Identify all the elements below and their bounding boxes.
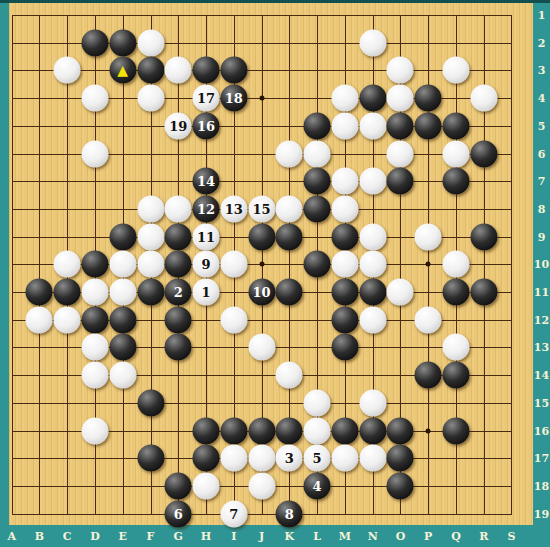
stone-black[interactable] [470,279,497,306]
stone-black[interactable] [81,306,108,333]
stone-black[interactable] [276,223,303,250]
grid-line-horizontal [12,514,513,515]
row-label: 16 [534,424,549,437]
stone-black[interactable] [165,472,192,499]
stone-white[interactable] [26,306,53,333]
stone-white[interactable] [387,85,414,112]
stone-black[interactable] [193,445,220,472]
stone-black[interactable] [304,112,331,139]
stone-white[interactable]: 1 [193,279,220,306]
row-label: 3 [538,64,546,77]
move-number: 9 [202,258,211,271]
stone-white[interactable] [387,57,414,84]
row-label: 12 [534,313,549,326]
stone-white[interactable] [359,445,386,472]
column-label: Q [451,530,461,543]
stone-black[interactable] [220,57,247,84]
stone-white[interactable] [276,140,303,167]
stone-black[interactable] [248,417,275,444]
stone-black[interactable]: 12 [193,195,220,222]
stone-black[interactable] [415,112,442,139]
stone-white[interactable] [359,112,386,139]
stone-white[interactable] [81,334,108,361]
stone-white[interactable]: 5 [304,445,331,472]
stone-white[interactable] [442,251,469,278]
row-label: 5 [538,119,546,132]
stone-black[interactable] [137,389,164,416]
move-number: 5 [313,452,322,465]
column-label: O [396,530,406,543]
row-label: 17 [534,452,549,465]
stone-white[interactable] [248,472,275,499]
stone-white[interactable] [359,29,386,56]
stone-white[interactable] [137,85,164,112]
stone-white[interactable] [331,168,358,195]
stone-black[interactable] [470,223,497,250]
column-label: L [313,530,321,543]
stone-white[interactable] [304,140,331,167]
column-label: S [508,530,516,543]
stone-white[interactable] [54,251,81,278]
stone-white[interactable] [415,306,442,333]
move-number: 15 [253,202,271,215]
column-label: H [201,530,211,543]
stone-white[interactable] [220,306,247,333]
stone-white[interactable] [331,195,358,222]
stone-black[interactable] [415,85,442,112]
stone-black[interactable] [331,334,358,361]
stone-black[interactable] [387,112,414,139]
stone-black[interactable] [442,168,469,195]
row-label: 9 [538,230,546,243]
stone-white[interactable] [331,445,358,472]
stone-white[interactable] [137,195,164,222]
stone-black[interactable] [248,223,275,250]
stone-black[interactable] [137,57,164,84]
stone-white[interactable]: 9 [193,251,220,278]
stone-white[interactable]: 19 [165,112,192,139]
stone-white[interactable] [387,140,414,167]
stone-white[interactable] [54,306,81,333]
stone-white[interactable] [387,279,414,306]
move-number: 6 [174,507,183,520]
stone-white[interactable] [442,57,469,84]
stone-white[interactable] [442,140,469,167]
move-number: 14 [197,175,215,188]
column-label: B [35,530,44,543]
stone-black[interactable] [387,445,414,472]
row-label: 7 [538,175,546,188]
stone-black[interactable] [442,112,469,139]
stone-black[interactable] [331,306,358,333]
stone-white[interactable] [359,168,386,195]
move-number: 1 [202,286,211,299]
star-point [259,262,264,267]
star-point [426,262,431,267]
move-number: 8 [285,507,294,520]
stone-black[interactable] [304,195,331,222]
move-number: 18 [225,92,243,105]
move-number: 11 [197,230,215,243]
stone-white[interactable] [137,251,164,278]
stone-black[interactable] [276,279,303,306]
stone-white[interactable] [81,85,108,112]
stone-black[interactable]: 4 [304,472,331,499]
stone-white[interactable] [54,57,81,84]
stone-black[interactable] [165,223,192,250]
row-label: 2 [538,36,546,49]
stone-black[interactable] [442,279,469,306]
stone-black[interactable] [387,168,414,195]
stone-white[interactable] [81,140,108,167]
stone-white[interactable] [276,195,303,222]
column-label: C [63,530,72,543]
stone-white[interactable] [81,279,108,306]
stone-white[interactable]: 7 [220,500,247,527]
move-number: 10 [253,286,271,299]
row-label: 8 [538,202,546,215]
stone-black[interactable] [415,362,442,389]
grid-line-vertical [511,15,512,515]
row-label: 1 [538,9,546,22]
row-label: 18 [534,479,549,492]
column-label: G [174,530,183,543]
stone-white[interactable] [415,223,442,250]
stone-white[interactable] [442,334,469,361]
stone-white[interactable] [220,251,247,278]
move-number: 3 [285,452,294,465]
move-number: 17 [197,92,215,105]
stone-black[interactable] [109,334,136,361]
stone-black[interactable] [81,29,108,56]
column-label: F [147,530,155,543]
stone-black[interactable] [442,362,469,389]
stone-black[interactable] [331,279,358,306]
stone-black[interactable] [304,168,331,195]
go-board: ▲17181916141213151192110354678 ABCDEFGHI… [0,0,550,547]
stone-black[interactable] [220,417,247,444]
stone-black[interactable] [54,279,81,306]
stone-black[interactable] [276,417,303,444]
stone-black[interactable]: 2 [165,279,192,306]
stone-white[interactable] [109,251,136,278]
row-label: 13 [534,341,549,354]
row-label: 10 [534,258,549,271]
stone-black[interactable] [26,279,53,306]
stone-white[interactable]: 15 [248,195,275,222]
stone-black[interactable] [109,306,136,333]
stone-white[interactable] [470,85,497,112]
move-number: 16 [197,119,215,132]
stone-white[interactable] [81,417,108,444]
column-label: E [119,530,127,543]
stone-white[interactable] [331,112,358,139]
stone-black[interactable] [387,472,414,499]
stone-black[interactable] [165,306,192,333]
stone-black[interactable] [109,29,136,56]
column-label: I [231,530,236,543]
stone-white[interactable] [331,251,358,278]
row-label: 14 [534,369,549,382]
stone-black[interactable] [442,417,469,444]
stone-white[interactable] [248,334,275,361]
stone-white[interactable]: 3 [276,445,303,472]
stone-black[interactable]: 8 [276,500,303,527]
stone-black[interactable] [359,85,386,112]
stone-white[interactable] [137,223,164,250]
stone-black[interactable]: 16 [193,112,220,139]
move-number: 19 [169,119,187,132]
stone-black[interactable] [165,334,192,361]
column-label: R [479,530,488,543]
stone-white[interactable]: 13 [220,195,247,222]
stone-black[interactable] [109,223,136,250]
stone-black[interactable] [137,445,164,472]
stone-white[interactable]: 17 [193,85,220,112]
stone-black[interactable] [137,279,164,306]
stone-white[interactable] [359,251,386,278]
star-point [259,96,264,101]
stone-white[interactable] [276,362,303,389]
stone-white[interactable] [331,85,358,112]
stone-white[interactable] [165,57,192,84]
star-point [426,428,431,433]
stone-white[interactable]: 11 [193,223,220,250]
stone-black[interactable] [387,417,414,444]
stone-white[interactable] [359,389,386,416]
row-label: 11 [534,286,549,299]
stone-black[interactable]: ▲ [109,57,136,84]
column-label: J [259,530,264,543]
stone-black[interactable] [165,251,192,278]
stone-white[interactable] [220,445,247,472]
column-label: P [424,530,432,543]
row-label: 6 [538,147,546,160]
column-label: M [339,530,351,543]
stone-black[interactable]: 10 [248,279,275,306]
stone-white[interactable] [248,445,275,472]
stone-black[interactable]: 18 [220,85,247,112]
triangle-marker: ▲ [117,62,128,76]
stone-black[interactable] [359,417,386,444]
row-label: 19 [534,507,549,520]
stone-white[interactable] [109,279,136,306]
stone-white[interactable] [165,195,192,222]
row-label: 4 [538,92,546,105]
move-number: 13 [225,202,243,215]
stone-white[interactable] [304,417,331,444]
stone-black[interactable] [331,417,358,444]
stone-white[interactable] [193,472,220,499]
stone-white[interactable] [81,362,108,389]
stone-black[interactable]: 14 [193,168,220,195]
stone-black[interactable] [470,140,497,167]
stone-black[interactable] [81,251,108,278]
move-number: 12 [197,202,215,215]
stone-black[interactable]: 6 [165,500,192,527]
stone-black[interactable] [193,57,220,84]
move-number: 7 [229,507,238,520]
stone-black[interactable] [304,251,331,278]
column-label: D [90,530,100,543]
stone-white[interactable] [137,29,164,56]
stone-white[interactable] [359,306,386,333]
stone-black[interactable] [359,279,386,306]
stone-black[interactable] [193,417,220,444]
stone-white[interactable] [109,362,136,389]
column-label: N [368,530,378,543]
grid-line-horizontal [12,403,513,404]
move-number: 2 [174,286,183,299]
row-label: 15 [534,396,549,409]
stone-black[interactable] [331,223,358,250]
move-number: 4 [313,479,322,492]
stone-white[interactable] [304,389,331,416]
column-label: A [7,530,16,543]
column-label: K [285,530,295,543]
stone-white[interactable] [359,223,386,250]
